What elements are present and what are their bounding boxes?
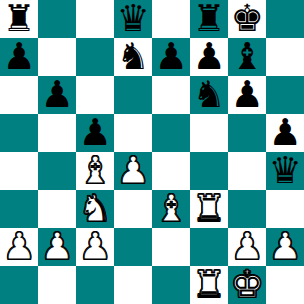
white-pawn[interactable]: ♟︎ [116,152,149,190]
square-g1[interactable]: ♚︎ [228,266,266,304]
square-c2[interactable]: ♟︎ [76,228,114,266]
square-c4[interactable]: ♝︎ [76,152,114,190]
square-g8[interactable]: ♚︎ [228,0,266,38]
square-a8[interactable]: ♜︎ [0,0,38,38]
white-rook[interactable]: ♜︎ [192,266,225,304]
chess-board: ♜︎♛︎♜︎♚︎♟︎♞︎♟︎♟︎♝︎♟︎♞︎♟︎♟︎♟︎♝︎♟︎♛︎♞︎♝︎♜︎… [0,0,304,304]
square-g5[interactable] [228,114,266,152]
square-b3[interactable] [38,190,76,228]
white-king[interactable]: ♚︎ [230,266,263,304]
square-d4[interactable]: ♟︎ [114,152,152,190]
white-pawn[interactable]: ♟︎ [2,228,35,266]
black-queen[interactable]: ♛︎ [268,152,301,190]
square-a3[interactable] [0,190,38,228]
square-g2[interactable]: ♟︎ [228,228,266,266]
square-b6[interactable]: ♟︎ [38,76,76,114]
square-h2[interactable]: ♟︎ [266,228,304,266]
square-d6[interactable] [114,76,152,114]
square-e5[interactable] [152,114,190,152]
square-f5[interactable] [190,114,228,152]
square-d2[interactable] [114,228,152,266]
square-b1[interactable] [38,266,76,304]
black-pawn[interactable]: ♟︎ [154,38,187,76]
square-h4[interactable]: ♛︎ [266,152,304,190]
white-rook[interactable]: ♜︎ [192,190,225,228]
square-f3[interactable]: ♜︎ [190,190,228,228]
black-rook[interactable]: ♜︎ [2,0,35,38]
square-h5[interactable]: ♟︎ [266,114,304,152]
white-pawn[interactable]: ♟︎ [78,228,111,266]
square-f2[interactable] [190,228,228,266]
square-g6[interactable]: ♟︎ [228,76,266,114]
black-knight[interactable]: ♞︎ [192,76,225,114]
black-pawn[interactable]: ♟︎ [230,76,263,114]
black-pawn[interactable]: ♟︎ [268,114,301,152]
square-a6[interactable] [0,76,38,114]
black-rook[interactable]: ♜︎ [192,0,225,38]
square-f7[interactable]: ♟︎ [190,38,228,76]
square-g3[interactable] [228,190,266,228]
black-pawn[interactable]: ♟︎ [2,38,35,76]
square-a4[interactable] [0,152,38,190]
square-d8[interactable]: ♛︎ [114,0,152,38]
square-g7[interactable]: ♝︎ [228,38,266,76]
square-b2[interactable]: ♟︎ [38,228,76,266]
square-c7[interactable] [76,38,114,76]
white-pawn[interactable]: ♟︎ [268,228,301,266]
square-e8[interactable] [152,0,190,38]
square-a5[interactable] [0,114,38,152]
square-e6[interactable] [152,76,190,114]
square-c3[interactable]: ♞︎ [76,190,114,228]
square-a1[interactable] [0,266,38,304]
square-h3[interactable] [266,190,304,228]
black-knight[interactable]: ♞︎ [116,38,149,76]
square-h6[interactable] [266,76,304,114]
square-h7[interactable] [266,38,304,76]
square-e7[interactable]: ♟︎ [152,38,190,76]
square-f1[interactable]: ♜︎ [190,266,228,304]
square-d5[interactable] [114,114,152,152]
square-e2[interactable] [152,228,190,266]
white-pawn[interactable]: ♟︎ [230,228,263,266]
square-f8[interactable]: ♜︎ [190,0,228,38]
black-pawn[interactable]: ♟︎ [40,76,73,114]
square-e1[interactable] [152,266,190,304]
square-d7[interactable]: ♞︎ [114,38,152,76]
square-g4[interactable] [228,152,266,190]
square-c6[interactable] [76,76,114,114]
black-pawn[interactable]: ♟︎ [192,38,225,76]
square-h8[interactable] [266,0,304,38]
square-f4[interactable] [190,152,228,190]
square-f6[interactable]: ♞︎ [190,76,228,114]
square-b7[interactable] [38,38,76,76]
square-a7[interactable]: ♟︎ [0,38,38,76]
black-king[interactable]: ♚︎ [230,0,263,38]
white-knight[interactable]: ♞︎ [78,190,111,228]
white-bishop[interactable]: ♝︎ [78,152,111,190]
square-b8[interactable] [38,0,76,38]
square-a2[interactable]: ♟︎ [0,228,38,266]
white-bishop[interactable]: ♝︎ [154,190,187,228]
square-b4[interactable] [38,152,76,190]
black-pawn[interactable]: ♟︎ [78,114,111,152]
black-queen[interactable]: ♛︎ [116,0,149,38]
square-b5[interactable] [38,114,76,152]
white-pawn[interactable]: ♟︎ [40,228,73,266]
square-c5[interactable]: ♟︎ [76,114,114,152]
square-h1[interactable] [266,266,304,304]
square-e3[interactable]: ♝︎ [152,190,190,228]
square-c1[interactable] [76,266,114,304]
square-c8[interactable] [76,0,114,38]
square-d1[interactable] [114,266,152,304]
square-d3[interactable] [114,190,152,228]
black-bishop[interactable]: ♝︎ [230,38,263,76]
square-e4[interactable] [152,152,190,190]
